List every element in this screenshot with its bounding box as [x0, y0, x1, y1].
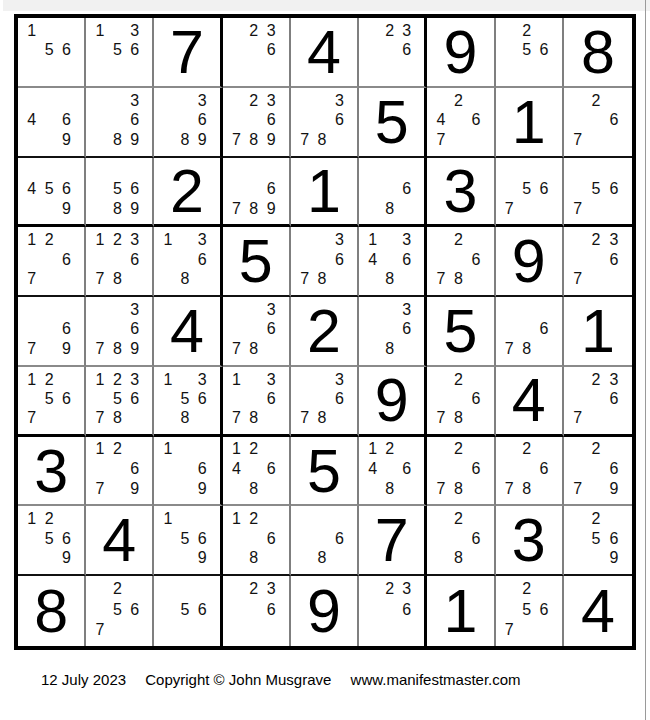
candidate-digit: 5 — [177, 389, 194, 408]
candidate-grid: 679 — [18, 297, 84, 365]
cell-r8c6[interactable]: 7 — [359, 506, 427, 576]
candidate-digit: 6 — [605, 529, 623, 549]
candidate-digit: 2 — [587, 509, 605, 529]
cell-r4c1[interactable]: 1267 — [18, 227, 86, 297]
candidate-digit: 3 — [126, 21, 143, 41]
cell-r8c4[interactable]: 1268 — [223, 506, 291, 576]
candidate-digit: 6 — [605, 180, 623, 199]
cell-r5c8[interactable]: 678 — [496, 297, 564, 367]
candidate-grid: 236 — [223, 18, 289, 86]
candidate-grid: 156 — [18, 18, 84, 86]
candidate-digit: 6 — [194, 110, 211, 130]
candidate-digit: 2 — [109, 440, 126, 460]
placed-digit: 5 — [291, 437, 357, 505]
candidate-digit: 8 — [518, 339, 535, 359]
cell-r5c6[interactable]: 368 — [359, 297, 427, 367]
placed-digit: 1 — [496, 88, 562, 156]
candidate-digit: 2 — [245, 440, 262, 460]
cell-r1c6[interactable]: 236 — [359, 18, 427, 88]
candidate-digit: 7 — [501, 339, 518, 359]
candidate-digit: 2 — [40, 230, 57, 250]
candidate-digit: 8 — [450, 549, 467, 569]
candidate-digit: 6 — [605, 389, 623, 408]
candidate-digit: 9 — [605, 479, 623, 499]
cell-r7c2[interactable]: 12679 — [86, 437, 154, 507]
cell-r3c4[interactable]: 6789 — [223, 158, 291, 228]
candidate-grid: 12567 — [18, 367, 84, 434]
candidate-digit: 2 — [245, 509, 262, 529]
candidate-grid: 3689 — [154, 88, 219, 156]
cell-r4c4[interactable]: 5 — [223, 227, 291, 297]
cell-r8c3[interactable]: 1569 — [154, 506, 222, 576]
cell-r6c2[interactable]: 1235678 — [86, 367, 154, 437]
candidate-digit: 8 — [109, 270, 126, 290]
candidate-digit: 6 — [467, 459, 484, 479]
cell-r9c2[interactable]: 2567 — [86, 576, 154, 646]
cell-r7c9[interactable]: 2679 — [564, 437, 632, 507]
cell-r6c7[interactable]: 2678 — [427, 367, 495, 437]
cell-r6c5[interactable]: 3678 — [291, 367, 359, 437]
candidate-digit: 8 — [177, 130, 194, 150]
candidate-digit: 6 — [535, 320, 552, 340]
candidate-digit: 5 — [518, 599, 535, 619]
candidate-digit: 1 — [228, 440, 245, 460]
cell-r2c2[interactable]: 3689 — [86, 88, 154, 158]
candidate-digit: 6 — [467, 529, 484, 549]
cell-r2c9[interactable]: 267 — [564, 88, 632, 158]
candidate-digit: 9 — [126, 479, 143, 499]
candidate-digit: 8 — [313, 270, 330, 290]
candidate-digit: 6 — [535, 459, 552, 479]
candidate-digit: 7 — [569, 270, 587, 290]
cell-r6c9[interactable]: 2367 — [564, 367, 632, 437]
candidate-digit: 5 — [518, 41, 535, 61]
candidate-digit: 8 — [245, 479, 262, 499]
candidate-digit: 6 — [535, 599, 552, 619]
candidate-digit: 7 — [91, 408, 108, 427]
cell-r1c4[interactable]: 236 — [223, 18, 291, 88]
candidate-digit: 7 — [296, 408, 313, 427]
candidate-digit: 5 — [587, 180, 605, 199]
cell-r1c2[interactable]: 1356 — [86, 18, 154, 88]
candidate-digit: 7 — [23, 408, 40, 427]
candidate-digit: 6 — [605, 250, 623, 270]
candidate-digit: 6 — [467, 389, 484, 408]
candidate-grid: 236 — [359, 18, 424, 86]
cell-r3c7[interactable]: 3 — [427, 158, 495, 228]
candidate-digit: 8 — [450, 270, 467, 290]
candidate-digit: 2 — [40, 509, 57, 529]
candidate-digit: 6 — [126, 41, 143, 61]
placed-digit: 7 — [154, 18, 219, 86]
candidate-grid: 236 — [359, 576, 424, 646]
candidate-digit: 2 — [587, 91, 605, 111]
candidate-digit: 1 — [159, 440, 176, 460]
candidate-digit: 8 — [381, 479, 398, 499]
candidate-digit: 6 — [262, 41, 279, 61]
candidate-digit: 3 — [126, 300, 143, 320]
placed-digit: 5 — [359, 88, 424, 156]
candidate-digit: 9 — [194, 549, 211, 569]
placed-digit: 5 — [223, 227, 289, 295]
candidate-digit: 7 — [432, 408, 449, 427]
placed-digit: 3 — [427, 158, 493, 225]
cell-r8c7[interactable]: 268 — [427, 506, 495, 576]
placed-digit: 3 — [18, 437, 84, 505]
candidate-digit: 6 — [398, 180, 415, 199]
candidate-grid: 12468 — [223, 437, 289, 505]
candidate-digit: 7 — [569, 479, 587, 499]
candidate-digit: 6 — [58, 250, 75, 270]
candidate-digit: 2 — [518, 440, 535, 460]
cell-r1c1[interactable]: 156 — [18, 18, 86, 88]
candidate-digit: 8 — [245, 130, 262, 150]
candidate-digit: 5 — [40, 180, 57, 199]
candidate-digit: 6 — [194, 459, 211, 479]
candidate-digit: 2 — [109, 230, 126, 250]
candidate-grid: 2569 — [564, 506, 632, 574]
candidate-digit: 1 — [91, 370, 108, 389]
candidate-digit: 3 — [262, 91, 279, 111]
candidate-digit: 7 — [569, 408, 587, 427]
candidate-digit: 8 — [381, 199, 398, 218]
candidate-grid: 5689 — [86, 158, 152, 225]
candidate-digit: 6 — [398, 320, 415, 340]
cell-r3c5[interactable]: 1 — [291, 158, 359, 228]
placed-digit: 9 — [427, 18, 493, 86]
candidate-grid: 1368 — [154, 227, 219, 295]
candidate-grid: 13678 — [223, 367, 289, 434]
cell-r3c3[interactable]: 2 — [154, 158, 222, 228]
candidate-digit: 3 — [262, 579, 279, 599]
cell-r6c6[interactable]: 9 — [359, 367, 427, 437]
candidate-digit: 3 — [605, 230, 623, 250]
candidate-grid: 3689 — [86, 88, 152, 156]
placed-digit: 8 — [18, 576, 84, 646]
candidate-digit: 9 — [605, 549, 623, 569]
cell-r6c3[interactable]: 13568 — [154, 367, 222, 437]
placed-digit: 9 — [496, 227, 562, 295]
candidate-digit: 3 — [262, 21, 279, 41]
cell-r2c8[interactable]: 1 — [496, 88, 564, 158]
candidate-digit: 4 — [23, 110, 40, 130]
candidate-digit: 6 — [331, 529, 348, 549]
candidate-grid: 2678 — [427, 367, 493, 434]
candidate-grid: 13568 — [154, 367, 219, 434]
cell-r8c9[interactable]: 2569 — [564, 506, 632, 576]
footer: 12 July 2023 Copyright © John Musgrave w… — [41, 671, 521, 688]
cell-r2c1[interactable]: 469 — [18, 88, 86, 158]
cell-r3c1[interactable]: 4569 — [18, 158, 86, 228]
cell-r7c5[interactable]: 5 — [291, 437, 359, 507]
candidate-digit: 8 — [381, 270, 398, 290]
candidate-digit: 2 — [40, 370, 57, 389]
candidate-digit: 3 — [194, 91, 211, 111]
cell-r7c4[interactable]: 12468 — [223, 437, 291, 507]
cell-r9c5[interactable]: 9 — [291, 576, 359, 646]
candidate-digit: 6 — [262, 529, 279, 549]
candidate-digit: 4 — [364, 459, 381, 479]
candidate-grid: 2567 — [496, 576, 562, 646]
candidate-digit: 7 — [91, 620, 108, 640]
footer-website: www.manifestmaster.com — [351, 671, 521, 688]
candidate-grid: 1356 — [86, 18, 152, 86]
cell-r1c3[interactable]: 7 — [154, 18, 222, 88]
cell-r4c6[interactable]: 13468 — [359, 227, 427, 297]
candidate-digit: 9 — [262, 130, 279, 150]
candidate-digit: 8 — [450, 479, 467, 499]
candidate-digit: 2 — [450, 370, 467, 389]
candidate-digit: 1 — [91, 230, 108, 250]
candidate-digit: 4 — [364, 250, 381, 270]
candidate-digit: 5 — [40, 41, 57, 61]
candidate-digit: 4 — [432, 110, 449, 130]
cell-r8c8[interactable]: 3 — [496, 506, 564, 576]
candidate-grid: 3678 — [291, 367, 357, 434]
candidate-digit: 6 — [58, 110, 75, 130]
cell-r1c9[interactable]: 8 — [564, 18, 632, 88]
candidate-digit: 8 — [109, 130, 126, 150]
cell-r4c7[interactable]: 2678 — [427, 227, 495, 297]
candidate-digit: 5 — [177, 529, 194, 549]
cell-r7c6[interactable]: 12468 — [359, 437, 427, 507]
cell-r2c4[interactable]: 236789 — [223, 88, 291, 158]
candidate-grid: 567 — [496, 158, 562, 225]
candidate-digit: 2 — [245, 21, 262, 41]
candidate-digit: 6 — [194, 250, 211, 270]
candidate-digit: 7 — [23, 270, 40, 290]
candidate-digit: 8 — [245, 199, 262, 218]
cell-r9c8[interactable]: 2567 — [496, 576, 564, 646]
cell-r1c7[interactable]: 9 — [427, 18, 495, 88]
candidate-digit: 5 — [109, 41, 126, 61]
candidate-digit: 6 — [126, 250, 143, 270]
candidate-digit: 1 — [91, 440, 108, 460]
candidate-digit: 2 — [381, 21, 398, 41]
candidate-digit: 8 — [177, 408, 194, 427]
candidate-digit: 7 — [228, 199, 245, 218]
candidate-digit: 7 — [501, 479, 518, 499]
candidate-grid: 2678 — [427, 227, 493, 295]
candidate-digit: 6 — [467, 110, 484, 130]
candidate-digit: 7 — [432, 479, 449, 499]
candidate-grid: 68 — [291, 506, 357, 574]
placed-digit: 9 — [359, 367, 424, 434]
cell-r3c2[interactable]: 5689 — [86, 158, 154, 228]
cell-r1c8[interactable]: 256 — [496, 18, 564, 88]
candidate-digit: 7 — [228, 130, 245, 150]
candidate-grid: 6789 — [223, 158, 289, 225]
cell-r9c4[interactable]: 236 — [223, 576, 291, 646]
candidate-grid: 1267 — [18, 227, 84, 295]
cell-r5c4[interactable]: 3678 — [223, 297, 291, 367]
candidate-digit: 6 — [262, 599, 279, 619]
cell-r5c9[interactable]: 1 — [564, 297, 632, 367]
candidate-digit: 3 — [331, 91, 348, 111]
cell-r4c5[interactable]: 3678 — [291, 227, 359, 297]
candidate-digit: 8 — [245, 339, 262, 359]
candidate-digit: 3 — [398, 21, 415, 41]
candidate-digit: 2 — [587, 370, 605, 389]
candidate-grid: 236789 — [223, 88, 289, 156]
candidate-digit: 8 — [109, 408, 126, 427]
cell-r5c2[interactable]: 36789 — [86, 297, 154, 367]
footer-date: 12 July 2023 — [41, 671, 126, 688]
cell-r7c1[interactable]: 3 — [18, 437, 86, 507]
cell-r8c1[interactable]: 12569 — [18, 506, 86, 576]
cell-r9c9[interactable]: 4 — [564, 576, 632, 646]
cell-r4c9[interactable]: 2367 — [564, 227, 632, 297]
cell-r2c5[interactable]: 3678 — [291, 88, 359, 158]
candidate-grid: 567 — [564, 158, 632, 225]
candidate-grid: 368 — [359, 297, 424, 365]
candidate-digit: 8 — [109, 199, 126, 218]
cell-r3c9[interactable]: 567 — [564, 158, 632, 228]
candidate-digit: 1 — [159, 370, 176, 389]
cell-r5c7[interactable]: 5 — [427, 297, 495, 367]
cell-r9c3[interactable]: 56 — [154, 576, 222, 646]
cell-r5c3[interactable]: 4 — [154, 297, 222, 367]
candidate-digit: 7 — [432, 270, 449, 290]
placed-digit: 2 — [154, 158, 219, 225]
cell-r2c3[interactable]: 3689 — [154, 88, 222, 158]
candidate-digit: 5 — [109, 180, 126, 199]
cell-r8c2[interactable]: 4 — [86, 506, 154, 576]
cell-r3c8[interactable]: 567 — [496, 158, 564, 228]
placed-digit: 9 — [291, 576, 357, 646]
candidate-grid: 678 — [496, 297, 562, 365]
candidate-digit: 8 — [381, 339, 398, 359]
candidate-digit: 3 — [605, 370, 623, 389]
cell-r6c4[interactable]: 13678 — [223, 367, 291, 437]
candidate-digit: 3 — [262, 300, 279, 320]
candidate-digit: 6 — [398, 599, 415, 619]
candidate-digit: 6 — [467, 250, 484, 270]
candidate-digit: 7 — [91, 479, 108, 499]
cell-r6c8[interactable]: 4 — [496, 367, 564, 437]
cell-r9c1[interactable]: 8 — [18, 576, 86, 646]
candidate-grid: 2467 — [427, 88, 493, 156]
candidate-grid: 267 — [564, 88, 632, 156]
candidate-digit: 1 — [23, 509, 40, 529]
cell-r2c7[interactable]: 2467 — [427, 88, 495, 158]
candidate-grid: 268 — [427, 506, 493, 574]
candidate-digit: 7 — [228, 339, 245, 359]
candidate-digit: 1 — [364, 230, 381, 250]
candidate-digit: 1 — [159, 230, 176, 250]
candidate-digit: 8 — [313, 130, 330, 150]
candidate-digit: 6 — [331, 110, 348, 130]
cell-r1c5[interactable]: 4 — [291, 18, 359, 88]
candidate-digit: 6 — [58, 529, 75, 549]
candidate-digit: 7 — [569, 199, 587, 218]
candidate-digit: 2 — [109, 579, 126, 599]
cell-r3c6[interactable]: 68 — [359, 158, 427, 228]
candidate-digit: 6 — [126, 459, 143, 479]
candidate-digit: 1 — [23, 21, 40, 41]
candidate-digit: 6 — [58, 320, 75, 340]
candidate-digit: 3 — [331, 370, 348, 389]
cell-r2c6[interactable]: 5 — [359, 88, 427, 158]
candidate-digit: 2 — [450, 509, 467, 529]
candidate-grid: 123678 — [86, 227, 152, 295]
cell-r5c1[interactable]: 679 — [18, 297, 86, 367]
candidate-digit: 2 — [381, 440, 398, 460]
cell-r7c8[interactable]: 2678 — [496, 437, 564, 507]
candidate-digit: 6 — [58, 41, 75, 61]
candidate-grid: 256 — [496, 18, 562, 86]
candidate-digit: 3 — [398, 230, 415, 250]
candidate-digit: 5 — [518, 180, 535, 199]
candidate-grid: 2367 — [564, 227, 632, 295]
candidate-digit: 6 — [535, 41, 552, 61]
candidate-grid: 1569 — [154, 506, 219, 574]
candidate-digit: 2 — [518, 21, 535, 41]
candidate-grid: 469 — [18, 88, 84, 156]
candidate-digit: 7 — [23, 339, 40, 359]
candidate-digit: 6 — [262, 459, 279, 479]
candidate-digit: 8 — [177, 270, 194, 290]
placed-digit: 4 — [291, 18, 357, 86]
candidate-digit: 9 — [58, 130, 75, 150]
candidate-digit: 5 — [177, 599, 194, 619]
cell-r7c7[interactable]: 2678 — [427, 437, 495, 507]
candidate-digit: 6 — [331, 389, 348, 408]
candidate-digit: 1 — [228, 370, 245, 389]
candidate-digit: 9 — [262, 199, 279, 218]
candidate-grid: 1235678 — [86, 367, 152, 434]
candidate-digit: 1 — [23, 370, 40, 389]
candidate-digit: 5 — [40, 389, 57, 408]
candidate-digit: 1 — [23, 230, 40, 250]
candidate-digit: 6 — [126, 320, 143, 340]
candidate-digit: 5 — [109, 389, 126, 408]
candidate-digit: 6 — [398, 250, 415, 270]
candidate-digit: 7 — [432, 130, 449, 150]
cell-r8c5[interactable]: 68 — [291, 506, 359, 576]
candidate-grid: 12468 — [359, 437, 424, 505]
candidate-digit: 6 — [262, 320, 279, 340]
candidate-digit: 1 — [228, 509, 245, 529]
cell-r9c7[interactable]: 1 — [427, 576, 495, 646]
candidate-grid: 1268 — [223, 506, 289, 574]
footer-copyright: Copyright © John Musgrave — [145, 671, 331, 688]
cell-r5c5[interactable]: 2 — [291, 297, 359, 367]
candidate-digit: 8 — [109, 339, 126, 359]
placed-digit: 1 — [427, 576, 493, 646]
candidate-grid: 3678 — [223, 297, 289, 365]
cell-r9c6[interactable]: 236 — [359, 576, 427, 646]
candidate-digit: 2 — [450, 440, 467, 460]
cell-r4c8[interactable]: 9 — [496, 227, 564, 297]
candidate-digit: 7 — [296, 130, 313, 150]
candidate-digit: 6 — [262, 110, 279, 130]
candidate-digit: 3 — [126, 230, 143, 250]
candidate-digit: 2 — [518, 579, 535, 599]
candidate-digit: 6 — [126, 389, 143, 408]
candidate-digit: 1 — [159, 509, 176, 529]
cell-r7c3[interactable]: 169 — [154, 437, 222, 507]
candidate-digit: 4 — [23, 180, 40, 199]
cell-r4c3[interactable]: 1368 — [154, 227, 222, 297]
candidate-digit: 9 — [194, 479, 211, 499]
placed-digit: 7 — [359, 506, 424, 574]
candidate-digit: 4 — [228, 459, 245, 479]
candidate-digit: 8 — [245, 408, 262, 427]
cell-r6c1[interactable]: 12567 — [18, 367, 86, 437]
cell-r4c2[interactable]: 123678 — [86, 227, 154, 297]
candidate-digit: 2 — [587, 230, 605, 250]
